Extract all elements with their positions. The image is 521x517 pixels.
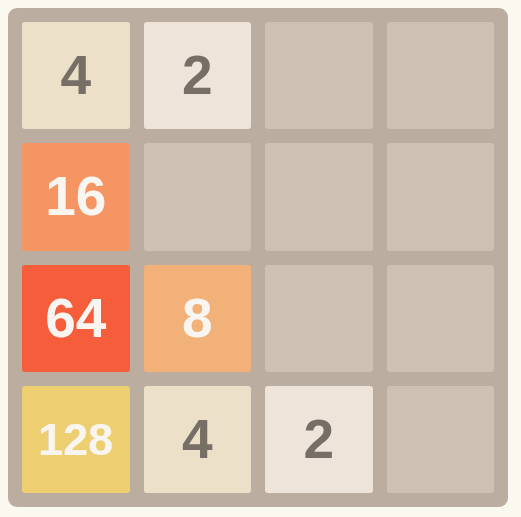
empty-cell — [265, 22, 373, 129]
empty-cell — [265, 143, 373, 250]
tile-128: 128 — [22, 386, 130, 493]
tile-4: 4 — [144, 386, 252, 493]
tile-16: 16 — [22, 143, 130, 250]
page-background: 421664812842 — [0, 0, 521, 517]
game-board-2048[interactable]: 421664812842 — [8, 8, 508, 507]
empty-cell — [265, 265, 373, 372]
tile-64: 64 — [22, 265, 130, 372]
empty-cell — [387, 265, 495, 372]
tile-2: 2 — [144, 22, 252, 129]
empty-cell — [387, 143, 495, 250]
empty-cell — [144, 143, 252, 250]
tile-8: 8 — [144, 265, 252, 372]
empty-cell — [387, 22, 495, 129]
tile-2: 2 — [265, 386, 373, 493]
empty-cell — [387, 386, 495, 493]
tile-4: 4 — [22, 22, 130, 129]
